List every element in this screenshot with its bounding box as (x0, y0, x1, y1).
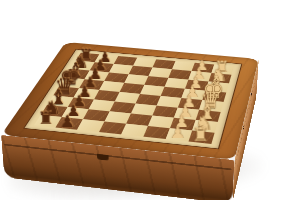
white-pawn: ♟ (174, 99, 196, 120)
square-d7: ♟ (74, 88, 100, 99)
chessboard: ♜♟♟♜♞♟♟♞♝♟♟♝♚♟♟♚♛♟♟♛♝♟♟♝♞♟♟♞♜♟♟♜ (34, 53, 234, 144)
board-border: ♜♟♟♜♞♟♟♞♝♟♟♝♚♟♟♚♛♟♟♛♝♟♟♝♞♟♟♞♜♟♟♜ (23, 49, 242, 149)
square-d6 (94, 90, 120, 101)
black-pawn: ♟ (95, 46, 115, 65)
square-e1: ♚ (202, 91, 226, 102)
white-rook: ♜ (212, 56, 232, 75)
square-a1: ♜ (188, 130, 214, 143)
square-a6 (77, 119, 104, 132)
square-h1: ♜ (211, 65, 233, 75)
square-e4 (140, 85, 165, 96)
square-d4 (136, 94, 161, 106)
white-pawn: ♟ (192, 54, 212, 73)
square-f7: ♟ (84, 71, 109, 81)
black-rook: ♜ (76, 44, 96, 63)
product-photo: ♜♟♟♜♞♟♟♞♝♟♟♝♚♟♟♚♛♟♟♛♝♟♟♝♞♟♟♞♜♟♟♜ (0, 0, 292, 200)
latch-notch (97, 154, 109, 161)
